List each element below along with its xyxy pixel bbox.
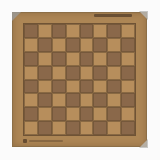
square-r5c7 <box>107 80 121 94</box>
square-r5c8 <box>121 80 135 94</box>
brand-stamp-top <box>94 14 132 17</box>
square-r3c7 <box>107 52 121 66</box>
square-r1c3 <box>52 24 66 38</box>
square-r4c4 <box>66 66 80 80</box>
square-r8c6 <box>93 121 107 135</box>
square-r3c1 <box>24 52 38 66</box>
square-r5c4 <box>66 80 80 94</box>
square-r2c3 <box>52 38 66 52</box>
square-r1c2 <box>38 24 52 38</box>
square-r7c7 <box>107 107 121 121</box>
board-photo <box>0 0 160 160</box>
square-r6c7 <box>107 93 121 107</box>
board-grid <box>23 23 136 136</box>
square-r4c8 <box>121 66 135 80</box>
square-r5c1 <box>24 80 38 94</box>
square-r7c8 <box>121 107 135 121</box>
corner-shadow-top-left <box>12 12 21 21</box>
square-r3c4 <box>66 52 80 66</box>
square-r2c2 <box>38 38 52 52</box>
square-r8c7 <box>107 121 121 135</box>
square-r4c6 <box>93 66 107 80</box>
square-r1c8 <box>121 24 135 38</box>
square-r5c6 <box>93 80 107 94</box>
square-r4c2 <box>38 66 52 80</box>
square-r3c5 <box>80 52 94 66</box>
square-r3c2 <box>38 52 52 66</box>
square-r7c6 <box>93 107 107 121</box>
square-r6c4 <box>66 93 80 107</box>
square-r2c4 <box>66 38 80 52</box>
corner-shadow-top-right <box>139 11 148 20</box>
square-r7c3 <box>52 107 66 121</box>
square-r8c5 <box>80 121 94 135</box>
square-r2c5 <box>80 38 94 52</box>
square-r1c5 <box>80 24 94 38</box>
square-r5c3 <box>52 80 66 94</box>
square-r1c7 <box>107 24 121 38</box>
square-r6c3 <box>52 93 66 107</box>
square-r5c2 <box>38 80 52 94</box>
square-r7c4 <box>66 107 80 121</box>
square-r3c8 <box>121 52 135 66</box>
square-r7c2 <box>38 107 52 121</box>
square-r6c6 <box>93 93 107 107</box>
square-r7c5 <box>80 107 94 121</box>
brand-mark-bottom <box>23 139 27 143</box>
square-r1c1 <box>24 24 38 38</box>
square-r5c5 <box>80 80 94 94</box>
square-r3c3 <box>52 52 66 66</box>
square-r2c7 <box>107 38 121 52</box>
square-r3c6 <box>93 52 107 66</box>
square-r4c3 <box>52 66 66 80</box>
square-r6c2 <box>38 93 52 107</box>
square-r1c4 <box>66 24 80 38</box>
square-r1c6 <box>93 24 107 38</box>
chessboard <box>12 12 147 147</box>
square-r8c2 <box>38 121 52 135</box>
brand-text-bottom <box>29 140 63 142</box>
square-r8c1 <box>24 121 38 135</box>
square-r2c8 <box>121 38 135 52</box>
square-r4c7 <box>107 66 121 80</box>
square-r6c1 <box>24 93 38 107</box>
square-r4c1 <box>24 66 38 80</box>
square-r2c1 <box>24 38 38 52</box>
square-r8c4 <box>66 121 80 135</box>
square-r6c8 <box>121 93 135 107</box>
square-r6c5 <box>80 93 94 107</box>
square-r8c3 <box>52 121 66 135</box>
square-r8c8 <box>121 121 135 135</box>
square-r7c1 <box>24 107 38 121</box>
square-r2c6 <box>93 38 107 52</box>
corner-shadow-bottom-right <box>139 139 148 148</box>
square-r4c5 <box>80 66 94 80</box>
